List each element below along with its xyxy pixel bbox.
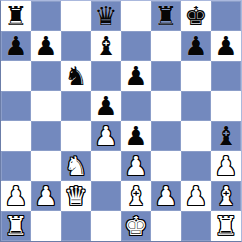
square-d8[interactable]: ♛ [91, 1, 121, 31]
piece-black-king: ♚ [184, 1, 207, 31]
square-c6[interactable]: ♞ [61, 61, 91, 91]
square-b8[interactable] [31, 1, 61, 31]
piece-white-pawn: ♟ [94, 121, 117, 151]
chess-board: ♜♛♜♚♟♟♝♟♟♞♟♟♟♟♝♞♟♟♟♟♛♝♟♟♝♜♚♜ [0, 0, 242, 242]
piece-white-pawn: ♟ [124, 151, 147, 181]
square-d7[interactable]: ♝ [91, 31, 121, 61]
piece-white-king: ♚ [124, 211, 147, 241]
square-e3[interactable]: ♟ [121, 151, 151, 181]
square-b5[interactable] [31, 91, 61, 121]
square-a7[interactable]: ♟ [1, 31, 31, 61]
piece-black-pawn: ♟ [214, 31, 237, 61]
square-d5[interactable]: ♟ [91, 91, 121, 121]
piece-white-pawn: ♟ [34, 181, 57, 211]
square-a8[interactable]: ♜ [1, 1, 31, 31]
piece-black-pawn: ♟ [94, 91, 117, 121]
square-a3[interactable] [1, 151, 31, 181]
square-h8[interactable] [211, 1, 241, 31]
piece-black-rook: ♜ [4, 1, 27, 31]
square-d6[interactable] [91, 61, 121, 91]
piece-black-bishop: ♝ [214, 121, 237, 151]
square-b1[interactable] [31, 211, 61, 241]
square-e7[interactable] [121, 31, 151, 61]
square-a2[interactable]: ♟ [1, 181, 31, 211]
square-b2[interactable]: ♟ [31, 181, 61, 211]
piece-black-pawn: ♟ [4, 31, 27, 61]
square-d4[interactable]: ♟ [91, 121, 121, 151]
square-b6[interactable] [31, 61, 61, 91]
piece-black-bishop: ♝ [94, 31, 117, 61]
square-c5[interactable] [61, 91, 91, 121]
square-c3[interactable]: ♞ [61, 151, 91, 181]
square-g1[interactable] [181, 211, 211, 241]
square-e4[interactable]: ♟ [121, 121, 151, 151]
square-a5[interactable] [1, 91, 31, 121]
square-g7[interactable]: ♟ [181, 31, 211, 61]
square-f2[interactable]: ♟ [151, 181, 181, 211]
square-a6[interactable] [1, 61, 31, 91]
square-c8[interactable] [61, 1, 91, 31]
piece-black-rook: ♜ [154, 1, 177, 31]
piece-white-bishop: ♝ [124, 181, 147, 211]
piece-black-knight: ♞ [64, 61, 87, 91]
piece-white-rook: ♜ [214, 211, 237, 241]
square-e5[interactable] [121, 91, 151, 121]
piece-black-pawn: ♟ [124, 61, 147, 91]
square-g4[interactable] [181, 121, 211, 151]
square-d2[interactable] [91, 181, 121, 211]
square-d3[interactable] [91, 151, 121, 181]
square-f6[interactable] [151, 61, 181, 91]
square-g6[interactable] [181, 61, 211, 91]
piece-white-rook: ♜ [4, 211, 27, 241]
square-e8[interactable] [121, 1, 151, 31]
square-h1[interactable]: ♜ [211, 211, 241, 241]
piece-white-queen: ♛ [64, 181, 87, 211]
square-h4[interactable]: ♝ [211, 121, 241, 151]
square-h3[interactable]: ♟ [211, 151, 241, 181]
square-f7[interactable] [151, 31, 181, 61]
piece-black-pawn: ♟ [34, 31, 57, 61]
square-h6[interactable] [211, 61, 241, 91]
square-b4[interactable] [31, 121, 61, 151]
square-e2[interactable]: ♝ [121, 181, 151, 211]
square-h5[interactable] [211, 91, 241, 121]
piece-white-pawn: ♟ [184, 181, 207, 211]
square-f1[interactable] [151, 211, 181, 241]
square-a1[interactable]: ♜ [1, 211, 31, 241]
square-b3[interactable] [31, 151, 61, 181]
piece-black-queen: ♛ [94, 1, 117, 31]
piece-white-pawn: ♟ [154, 181, 177, 211]
square-b7[interactable]: ♟ [31, 31, 61, 61]
square-c2[interactable]: ♛ [61, 181, 91, 211]
square-g3[interactable] [181, 151, 211, 181]
square-h2[interactable]: ♝ [211, 181, 241, 211]
square-f3[interactable] [151, 151, 181, 181]
square-a4[interactable] [1, 121, 31, 151]
square-c1[interactable] [61, 211, 91, 241]
square-f4[interactable] [151, 121, 181, 151]
square-f5[interactable] [151, 91, 181, 121]
square-h7[interactable]: ♟ [211, 31, 241, 61]
piece-black-pawn: ♟ [184, 31, 207, 61]
square-g8[interactable]: ♚ [181, 1, 211, 31]
piece-white-pawn: ♟ [214, 151, 237, 181]
square-g2[interactable]: ♟ [181, 181, 211, 211]
square-d1[interactable] [91, 211, 121, 241]
square-g5[interactable] [181, 91, 211, 121]
piece-white-pawn: ♟ [4, 181, 27, 211]
square-c7[interactable] [61, 31, 91, 61]
square-e1[interactable]: ♚ [121, 211, 151, 241]
piece-white-knight: ♞ [64, 151, 87, 181]
square-f8[interactable]: ♜ [151, 1, 181, 31]
piece-white-bishop: ♝ [214, 181, 237, 211]
piece-black-pawn: ♟ [124, 121, 147, 151]
square-e6[interactable]: ♟ [121, 61, 151, 91]
square-c4[interactable] [61, 121, 91, 151]
chess-board-container: ♜♛♜♚♟♟♝♟♟♞♟♟♟♟♝♞♟♟♟♟♛♝♟♟♝♜♚♜ [0, 0, 242, 242]
